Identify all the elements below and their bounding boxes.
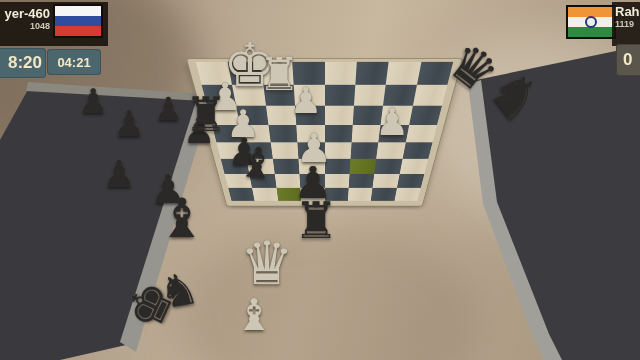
left-player-rating: 1048 xyxy=(0,21,50,31)
white-pawn[interactable]: ♟ xyxy=(375,103,409,141)
right-player-rating: 1119 xyxy=(615,19,640,29)
square-c7[interactable] xyxy=(349,174,375,188)
black-bishop[interactable]: ♝ xyxy=(158,191,206,245)
white-bishop[interactable]: ♝ xyxy=(234,293,273,337)
right-player-name: Rah xyxy=(615,4,640,19)
square-f5[interactable] xyxy=(271,142,299,158)
square-c1[interactable] xyxy=(355,62,389,85)
left-player-plate: yer-460 1048 xyxy=(0,2,108,46)
right-timer: 0 xyxy=(616,44,640,76)
left-move-timer: 04:21 xyxy=(47,49,101,75)
white-pawn[interactable]: ♟ xyxy=(290,83,322,119)
right-player-plate: Rah 1119 xyxy=(612,2,640,46)
black-king-fallen[interactable]: ♚ xyxy=(117,273,184,337)
square-a1[interactable] xyxy=(417,62,454,85)
russia-flag-icon xyxy=(53,4,103,38)
square-a7[interactable] xyxy=(397,174,425,188)
white-pawn[interactable]: ♟ xyxy=(226,105,260,143)
white-queen[interactable]: ♛ xyxy=(240,234,294,294)
square-a6[interactable] xyxy=(399,159,428,174)
square-c5[interactable] xyxy=(350,142,378,158)
square-a5[interactable] xyxy=(402,142,432,158)
square-h8[interactable] xyxy=(228,188,255,201)
square-b6[interactable] xyxy=(374,159,402,174)
square-c8[interactable] xyxy=(348,188,373,201)
square-g8[interactable] xyxy=(252,188,278,201)
square-g6[interactable] xyxy=(247,159,275,174)
india-flag-icon xyxy=(566,5,616,39)
square-b8[interactable] xyxy=(371,188,397,201)
square-d3[interactable] xyxy=(325,106,354,125)
square-a8[interactable] xyxy=(394,188,421,201)
square-a3[interactable] xyxy=(409,106,442,125)
square-d1[interactable] xyxy=(325,62,357,85)
black-rook[interactable]: ♜ xyxy=(184,91,227,139)
square-b5[interactable] xyxy=(376,142,405,158)
square-a4[interactable] xyxy=(405,125,437,143)
square-b1[interactable] xyxy=(386,62,421,85)
square-h7[interactable] xyxy=(225,174,253,188)
left-player-name: yer-460 xyxy=(0,6,50,21)
square-d2[interactable] xyxy=(325,85,356,106)
ashoka-chakra-icon xyxy=(585,16,597,28)
captured-white-pawn: ♟ xyxy=(0,235,397,360)
square-c6[interactable] xyxy=(349,159,376,174)
square-g7[interactable] xyxy=(250,174,277,188)
square-f4[interactable] xyxy=(268,125,297,143)
square-a2[interactable] xyxy=(413,85,448,106)
square-h6[interactable] xyxy=(221,159,250,174)
left-main-timer: 8:20 xyxy=(0,48,46,78)
black-rook[interactable]: ♜ xyxy=(294,196,339,246)
square-b7[interactable] xyxy=(373,174,400,188)
